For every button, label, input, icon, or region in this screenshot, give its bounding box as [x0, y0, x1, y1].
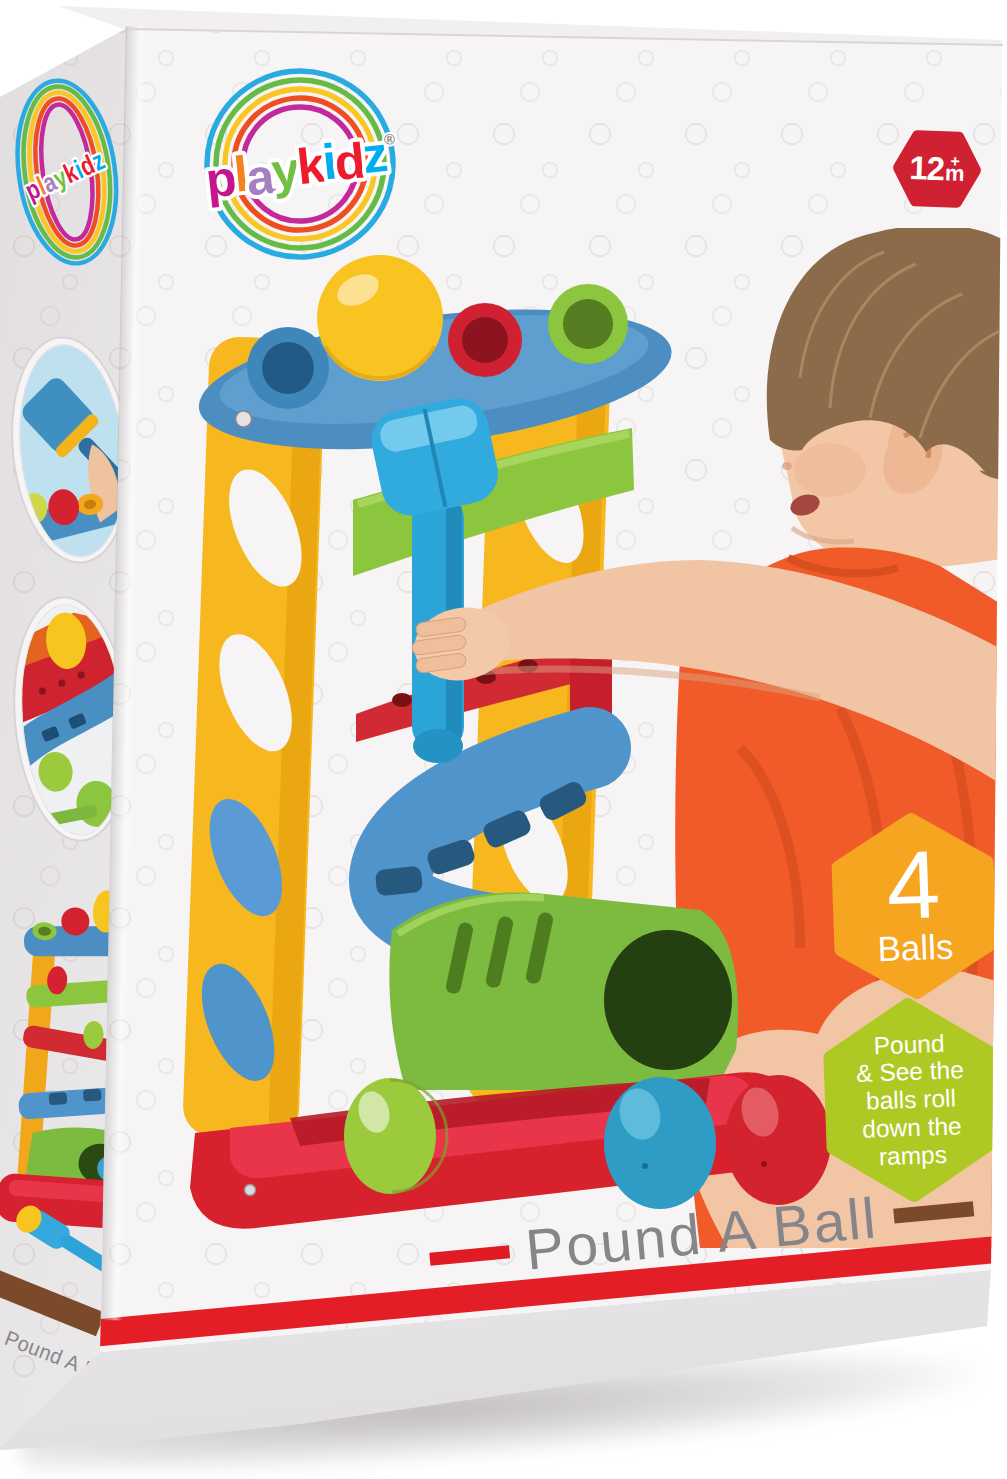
- product-box-photo: playkidz: [0, 0, 1007, 1479]
- feature-line-1: Pound: [873, 1030, 945, 1060]
- balls-label: Balls: [877, 927, 954, 970]
- ring-blue: [247, 327, 329, 409]
- title-dash-red: [430, 1245, 511, 1265]
- balls-count-badge: 4 Balls: [825, 807, 1004, 1005]
- age-unit: m: [945, 166, 965, 180]
- tower-left-post: [181, 336, 325, 1140]
- ring-green: [548, 284, 628, 364]
- balls-count: 4: [885, 843, 941, 927]
- title-dash-brown: [893, 1201, 974, 1223]
- feature-line-4: down the: [862, 1112, 962, 1143]
- registered-mark: ®: [383, 130, 396, 148]
- brand-logo-front: playkidz®: [136, 11, 463, 317]
- box-front-panel: playkidz® 12 + m 4 Balls: [0, 0, 1007, 1479]
- ball-green: [344, 1078, 447, 1194]
- tunnel-green: [389, 893, 738, 1091]
- age-badge: 12 + m: [890, 126, 985, 211]
- feature-line-2: & See the: [856, 1057, 965, 1088]
- ring-red: [448, 303, 522, 377]
- age-number: 12: [909, 149, 945, 188]
- feature-line-3: balls roll: [866, 1085, 957, 1116]
- product-title: Pound A Ball: [523, 1184, 881, 1282]
